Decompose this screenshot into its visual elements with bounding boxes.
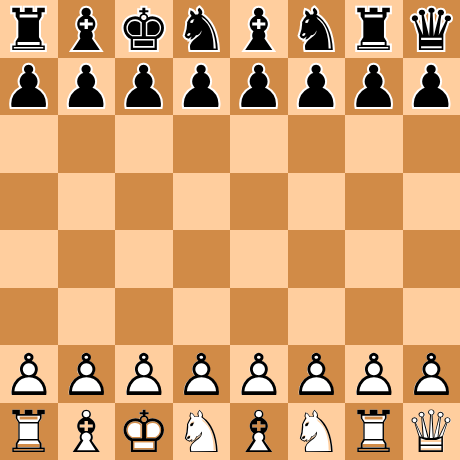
piece-white-knight: ♞♘ (173, 403, 231, 460)
black-piece-fill: ♟ (403, 59, 460, 117)
white-piece-outline: ♘ (288, 404, 346, 460)
piece-white-pawn: ♟♙ (58, 345, 116, 403)
piece-white-pawn: ♟♙ (345, 345, 403, 403)
white-piece-fill: ♚ (115, 404, 173, 460)
square-a6[interactable] (0, 115, 58, 173)
white-piece-outline: ♙ (345, 346, 403, 404)
piece-white-rook: ♜♖ (345, 403, 403, 460)
piece-white-king: ♚♔ (115, 403, 173, 460)
square-a8[interactable]: ♜♜ (0, 0, 58, 58)
square-d2[interactable]: ♟♙ (173, 345, 231, 403)
square-g8[interactable]: ♜♜ (345, 0, 403, 58)
square-d5[interactable] (173, 173, 231, 231)
white-piece-fill: ♟ (173, 346, 231, 404)
piece-black-pawn: ♟♟ (345, 58, 403, 116)
square-d8[interactable]: ♞♞ (173, 0, 231, 58)
square-b5[interactable] (58, 173, 116, 231)
square-g7[interactable]: ♟♟ (345, 58, 403, 116)
square-f6[interactable] (288, 115, 346, 173)
square-c8[interactable]: ♚♚ (115, 0, 173, 58)
black-piece-fill: ♚ (115, 1, 173, 59)
black-piece-fill: ♛ (403, 1, 460, 59)
square-e4[interactable] (230, 230, 288, 288)
square-d6[interactable] (173, 115, 231, 173)
white-piece-outline: ♙ (230, 346, 288, 404)
black-piece-halo: ♟ (230, 59, 288, 117)
square-c4[interactable] (115, 230, 173, 288)
square-d3[interactable] (173, 288, 231, 346)
square-g4[interactable] (345, 230, 403, 288)
piece-white-pawn: ♟♙ (288, 345, 346, 403)
square-e1[interactable]: ♝♗ (230, 403, 288, 460)
chess-board: ♜♜♝♝♚♚♞♞♝♝♞♞♜♜♛♛♟♟♟♟♟♟♟♟♟♟♟♟♟♟♟♟♟♙♟♙♟♙♟♙… (0, 0, 460, 460)
piece-black-knight: ♞♞ (173, 0, 231, 58)
piece-black-pawn: ♟♟ (403, 58, 460, 116)
square-h4[interactable] (403, 230, 460, 288)
square-e3[interactable] (230, 288, 288, 346)
piece-white-pawn: ♟♙ (403, 345, 460, 403)
piece-black-bishop: ♝♝ (58, 0, 116, 58)
piece-white-bishop: ♝♗ (230, 403, 288, 460)
square-d7[interactable]: ♟♟ (173, 58, 231, 116)
white-piece-fill: ♝ (58, 404, 116, 460)
black-piece-halo: ♛ (403, 1, 460, 59)
square-b4[interactable] (58, 230, 116, 288)
piece-black-king: ♚♚ (115, 0, 173, 58)
white-piece-outline: ♙ (0, 346, 58, 404)
white-piece-fill: ♞ (173, 404, 231, 460)
black-piece-fill: ♝ (58, 1, 116, 59)
square-f4[interactable] (288, 230, 346, 288)
black-piece-halo: ♝ (230, 1, 288, 59)
black-piece-fill: ♟ (0, 59, 58, 117)
piece-white-pawn: ♟♙ (173, 345, 231, 403)
white-piece-fill: ♟ (403, 346, 460, 404)
square-d1[interactable]: ♞♘ (173, 403, 231, 460)
square-h7[interactable]: ♟♟ (403, 58, 460, 116)
white-piece-outline: ♖ (0, 404, 58, 460)
white-piece-outline: ♔ (115, 404, 173, 460)
square-a2[interactable]: ♟♙ (0, 345, 58, 403)
square-e6[interactable] (230, 115, 288, 173)
black-piece-fill: ♜ (345, 1, 403, 59)
white-piece-fill: ♜ (345, 404, 403, 460)
piece-white-rook: ♜♖ (0, 403, 58, 460)
white-piece-outline: ♖ (345, 404, 403, 460)
black-piece-fill: ♟ (115, 59, 173, 117)
black-piece-halo: ♞ (173, 1, 231, 59)
square-h5[interactable] (403, 173, 460, 231)
square-c2[interactable]: ♟♙ (115, 345, 173, 403)
square-b7[interactable]: ♟♟ (58, 58, 116, 116)
square-c7[interactable]: ♟♟ (115, 58, 173, 116)
square-e2[interactable]: ♟♙ (230, 345, 288, 403)
black-piece-fill: ♟ (288, 59, 346, 117)
piece-black-queen: ♛♛ (403, 0, 460, 58)
white-piece-fill: ♜ (0, 404, 58, 460)
piece-white-queen: ♛♕ (403, 403, 460, 460)
black-piece-halo: ♚ (115, 1, 173, 59)
black-piece-halo: ♝ (58, 1, 116, 59)
piece-white-bishop: ♝♗ (58, 403, 116, 460)
black-piece-halo: ♟ (345, 59, 403, 117)
square-h8[interactable]: ♛♛ (403, 0, 460, 58)
black-piece-fill: ♟ (345, 59, 403, 117)
square-a4[interactable] (0, 230, 58, 288)
square-f8[interactable]: ♞♞ (288, 0, 346, 58)
white-piece-fill: ♞ (288, 404, 346, 460)
black-piece-fill: ♟ (173, 59, 231, 117)
black-piece-fill: ♜ (0, 1, 58, 59)
square-b1[interactable]: ♝♗ (58, 403, 116, 460)
black-piece-fill: ♞ (288, 1, 346, 59)
black-piece-halo: ♞ (288, 1, 346, 59)
square-b2[interactable]: ♟♙ (58, 345, 116, 403)
square-d4[interactable] (173, 230, 231, 288)
piece-white-pawn: ♟♙ (0, 345, 58, 403)
white-piece-outline: ♘ (173, 404, 231, 460)
white-piece-outline: ♙ (288, 346, 346, 404)
white-piece-outline: ♕ (403, 404, 460, 460)
square-c6[interactable] (115, 115, 173, 173)
black-piece-fill: ♟ (230, 59, 288, 117)
white-piece-fill: ♟ (230, 346, 288, 404)
piece-black-pawn: ♟♟ (115, 58, 173, 116)
white-piece-outline: ♗ (230, 404, 288, 460)
white-piece-fill: ♟ (0, 346, 58, 404)
piece-black-knight: ♞♞ (288, 0, 346, 58)
square-f3[interactable] (288, 288, 346, 346)
white-piece-outline: ♙ (58, 346, 116, 404)
white-piece-outline: ♗ (58, 404, 116, 460)
square-b3[interactable] (58, 288, 116, 346)
square-e5[interactable] (230, 173, 288, 231)
black-piece-fill: ♟ (58, 59, 116, 117)
square-a7[interactable]: ♟♟ (0, 58, 58, 116)
black-piece-halo: ♟ (0, 59, 58, 117)
white-piece-fill: ♟ (115, 346, 173, 404)
white-piece-outline: ♙ (173, 346, 231, 404)
white-piece-outline: ♙ (403, 346, 460, 404)
piece-white-knight: ♞♘ (288, 403, 346, 460)
white-piece-fill: ♝ (230, 404, 288, 460)
square-b6[interactable] (58, 115, 116, 173)
square-f1[interactable]: ♞♘ (288, 403, 346, 460)
square-h2[interactable]: ♟♙ (403, 345, 460, 403)
black-piece-halo: ♜ (345, 1, 403, 59)
square-g2[interactable]: ♟♙ (345, 345, 403, 403)
square-c1[interactable]: ♚♔ (115, 403, 173, 460)
piece-black-pawn: ♟♟ (173, 58, 231, 116)
white-piece-fill: ♟ (288, 346, 346, 404)
piece-black-pawn: ♟♟ (58, 58, 116, 116)
black-piece-halo: ♟ (58, 59, 116, 117)
square-e7[interactable]: ♟♟ (230, 58, 288, 116)
square-h3[interactable] (403, 288, 460, 346)
square-g6[interactable] (345, 115, 403, 173)
square-f2[interactable]: ♟♙ (288, 345, 346, 403)
white-piece-fill: ♟ (345, 346, 403, 404)
white-piece-fill: ♟ (58, 346, 116, 404)
piece-black-bishop: ♝♝ (230, 0, 288, 58)
piece-black-pawn: ♟♟ (288, 58, 346, 116)
square-h1[interactable]: ♛♕ (403, 403, 460, 460)
black-piece-halo: ♜ (0, 1, 58, 59)
square-c3[interactable] (115, 288, 173, 346)
black-piece-halo: ♟ (115, 59, 173, 117)
square-g1[interactable]: ♜♖ (345, 403, 403, 460)
piece-black-pawn: ♟♟ (230, 58, 288, 116)
square-g5[interactable] (345, 173, 403, 231)
piece-black-rook: ♜♜ (345, 0, 403, 58)
black-piece-fill: ♝ (230, 1, 288, 59)
black-piece-halo: ♟ (288, 59, 346, 117)
square-c5[interactable] (115, 173, 173, 231)
square-f5[interactable] (288, 173, 346, 231)
square-e8[interactable]: ♝♝ (230, 0, 288, 58)
black-piece-halo: ♟ (403, 59, 460, 117)
piece-black-pawn: ♟♟ (0, 58, 58, 116)
square-a1[interactable]: ♜♖ (0, 403, 58, 460)
square-h6[interactable] (403, 115, 460, 173)
black-piece-fill: ♞ (173, 1, 231, 59)
piece-white-pawn: ♟♙ (230, 345, 288, 403)
square-a5[interactable] (0, 173, 58, 231)
piece-black-rook: ♜♜ (0, 0, 58, 58)
white-piece-outline: ♙ (115, 346, 173, 404)
square-b8[interactable]: ♝♝ (58, 0, 116, 58)
square-g3[interactable] (345, 288, 403, 346)
square-a3[interactable] (0, 288, 58, 346)
square-f7[interactable]: ♟♟ (288, 58, 346, 116)
black-piece-halo: ♟ (173, 59, 231, 117)
white-piece-fill: ♛ (403, 404, 460, 460)
piece-white-pawn: ♟♙ (115, 345, 173, 403)
